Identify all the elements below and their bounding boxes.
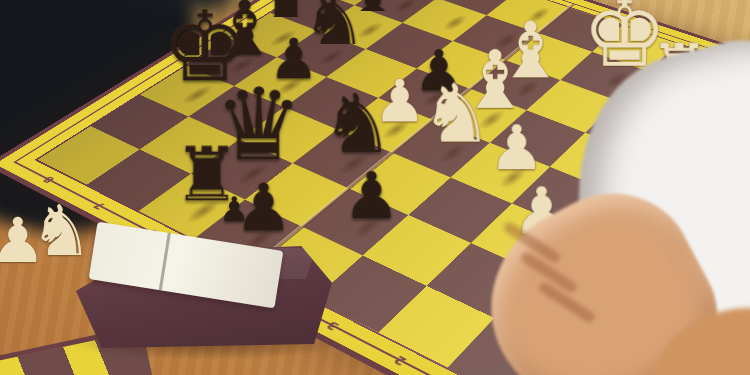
piece-black-pawn-b4: ♟ bbox=[327, 163, 416, 228]
piece-white-pawn-d3: ♟ bbox=[474, 117, 559, 179]
captured-black-pawn-edge: ♟ bbox=[219, 192, 249, 226]
photo-stage: ♚♝♜♟♞♟♟♜♛♟♟♞♟♟♛♟♟♞♝♝♟♚♟♟♜♜ 87654321 ♞ ♟ … bbox=[0, 0, 750, 375]
captured-white-pawn: ♟ bbox=[0, 210, 46, 272]
rank-label-8: 8 bbox=[37, 173, 60, 186]
rank-label-2: 2 bbox=[387, 351, 414, 370]
piece-black-knight-c5: ♞ bbox=[316, 83, 400, 165]
